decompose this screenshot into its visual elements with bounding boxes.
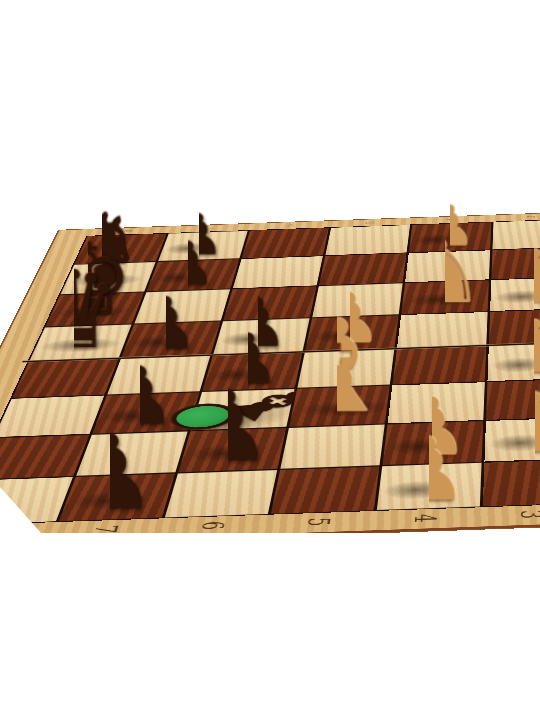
square-a7: ♟ [59, 474, 175, 522]
square-b6: ♟ [178, 428, 286, 472]
square-a3 [483, 459, 540, 506]
square-h5 [325, 225, 410, 255]
square-b3: ♟ [484, 418, 540, 462]
square-c5: ♝ [289, 386, 390, 427]
square-g6 [233, 256, 323, 288]
square-d8 [12, 359, 118, 398]
square-e4 [397, 312, 488, 348]
photo-crop-corner [0, 487, 42, 534]
square-d4 [392, 346, 486, 384]
rank-label-5: 5 [263, 509, 373, 534]
square-a4: ♟ [377, 463, 482, 510]
photo-white-margin [0, 533, 540, 720]
board-frame: 87654321 ♟♟♜♞♟♚♞♟♛♟♟♟♟♟♟♝♝♟♟♟♟♟ 87654321 [0, 206, 540, 549]
chess-board: ♟♟♜♞♟♚♞♟♛♟♟♟♟♟♟♝♝♟♟♟♟♟ [0, 213, 540, 526]
square-f4: ♞ [401, 280, 489, 314]
square-a6 [165, 470, 277, 517]
square-h6 [242, 228, 329, 258]
square-b5 [280, 425, 384, 469]
chess-set-photo: 87654321 ♟♟♜♞♟♚♞♟♛♟♟♟♟♟♟♝♝♟♟♟♟♟ 87654321 [0, 0, 540, 720]
square-a5 [271, 466, 380, 513]
